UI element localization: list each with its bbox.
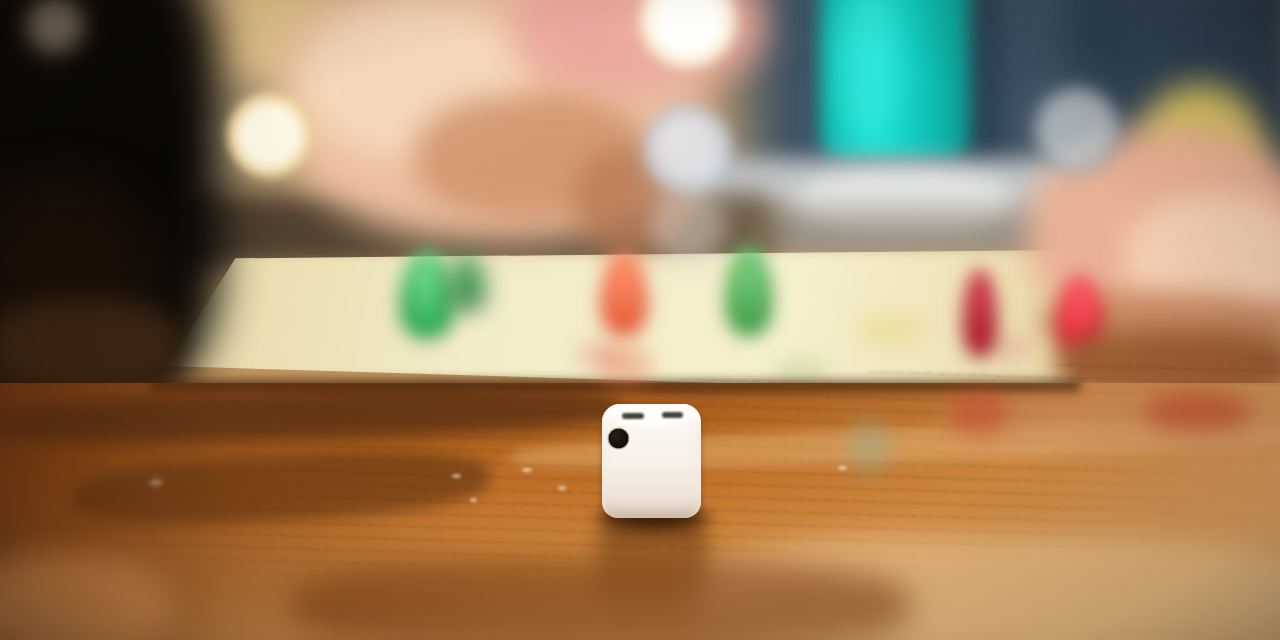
wood-speck (838, 466, 847, 470)
orange-pawn-reflection (600, 345, 652, 387)
wood-speck (452, 474, 461, 478)
die-showing-five (602, 404, 701, 518)
board-spot-pink2 (990, 335, 1034, 361)
die-front-face-pips (619, 438, 684, 501)
die-pip (609, 429, 628, 448)
wood-speck (470, 498, 477, 502)
board-spot-yellow (855, 313, 925, 347)
background-shadow-band (755, 206, 1055, 256)
die-top-pip (662, 412, 683, 418)
wood-speck (558, 486, 566, 490)
die-top-face (610, 406, 693, 432)
red-pawn-reflection (948, 392, 1008, 434)
glass-bokeh (642, 104, 734, 196)
wood-speck (522, 468, 532, 472)
grey-bokeh-right (1032, 85, 1122, 175)
photo-scene (0, 0, 1280, 640)
die-top-pip (622, 413, 644, 419)
teal-bottle-highlight (838, 0, 898, 140)
teal-reflection (848, 418, 890, 476)
depth-blur-bottom (0, 548, 1280, 640)
glass-stem-bokeh (648, 185, 728, 265)
warm-bokeh-left (226, 91, 314, 179)
